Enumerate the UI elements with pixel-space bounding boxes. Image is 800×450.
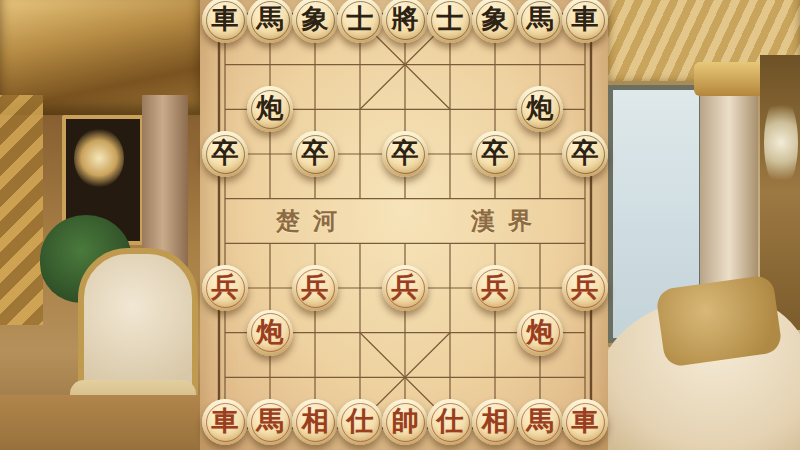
piece-glyph: 炮 xyxy=(257,319,284,346)
river-label-right: 漢界 xyxy=(465,205,545,237)
piece-ring: 兵 xyxy=(566,269,605,308)
piece-glyph: 馬 xyxy=(527,408,554,435)
piece-glyph: 仕 xyxy=(437,408,464,435)
piece-ring: 卒 xyxy=(296,135,335,174)
piece-ring: 馬 xyxy=(521,1,560,40)
piece-ring: 炮 xyxy=(521,313,560,352)
black-piece-卒[interactable]: 卒 xyxy=(382,131,428,177)
piece-glyph: 車 xyxy=(572,6,599,33)
piece-ring: 馬 xyxy=(521,403,560,442)
red-piece-兵[interactable]: 兵 xyxy=(382,265,428,311)
piece-ring: 兵 xyxy=(206,269,245,308)
piece-ring: 車 xyxy=(206,403,245,442)
piece-glyph: 卒 xyxy=(482,140,509,167)
piece-ring: 炮 xyxy=(251,90,290,129)
piece-glyph: 卒 xyxy=(212,140,239,167)
crystal-chandelier xyxy=(764,95,798,190)
piece-ring: 馬 xyxy=(251,403,290,442)
piece-ring: 仕 xyxy=(341,403,380,442)
piece-glyph: 兵 xyxy=(572,274,599,301)
piece-glyph: 兵 xyxy=(212,274,239,301)
red-piece-兵[interactable]: 兵 xyxy=(292,265,338,311)
piece-ring: 士 xyxy=(431,1,470,40)
black-piece-卒[interactable]: 卒 xyxy=(562,131,608,177)
piece-glyph: 炮 xyxy=(527,95,554,122)
marble-floor xyxy=(0,395,200,450)
board-grid xyxy=(200,0,608,450)
background-right xyxy=(608,0,800,450)
piece-ring: 卒 xyxy=(386,135,425,174)
piece-glyph: 兵 xyxy=(482,274,509,301)
piece-glyph: 士 xyxy=(437,6,464,33)
piece-glyph: 象 xyxy=(482,6,509,33)
xiangqi-board[interactable]: 楚河 漢界 車馬象士將士象馬車炮炮卒卒卒卒卒兵兵兵兵兵炮炮車馬相仕帥仕相馬車 xyxy=(200,0,608,450)
piece-glyph: 相 xyxy=(302,408,329,435)
piece-glyph: 炮 xyxy=(527,319,554,346)
piece-ring: 兵 xyxy=(386,269,425,308)
river-label-left: 楚河 xyxy=(270,205,350,237)
red-piece-炮[interactable]: 炮 xyxy=(247,310,293,356)
black-piece-炮[interactable]: 炮 xyxy=(247,86,293,132)
piece-ring: 車 xyxy=(566,403,605,442)
piece-glyph: 士 xyxy=(347,6,374,33)
red-piece-兵[interactable]: 兵 xyxy=(562,265,608,311)
piece-glyph: 將 xyxy=(392,6,419,33)
piece-ring: 馬 xyxy=(251,1,290,40)
piece-glyph: 兵 xyxy=(392,274,419,301)
red-piece-相[interactable]: 相 xyxy=(472,399,518,445)
piece-glyph: 馬 xyxy=(527,6,554,33)
black-piece-卒[interactable]: 卒 xyxy=(472,131,518,177)
piece-glyph: 車 xyxy=(212,408,239,435)
piece-ring: 炮 xyxy=(521,90,560,129)
piece-ring: 相 xyxy=(476,403,515,442)
piece-glyph: 象 xyxy=(302,6,329,33)
gold-capital xyxy=(694,62,764,96)
red-piece-炮[interactable]: 炮 xyxy=(517,310,563,356)
piece-ring: 卒 xyxy=(476,135,515,174)
piece-ring: 士 xyxy=(341,1,380,40)
piece-ring: 兵 xyxy=(476,269,515,308)
piece-ring: 卒 xyxy=(566,135,605,174)
red-piece-車[interactable]: 車 xyxy=(202,399,248,445)
red-piece-馬[interactable]: 馬 xyxy=(247,399,293,445)
piece-glyph: 卒 xyxy=(392,140,419,167)
red-piece-兵[interactable]: 兵 xyxy=(202,265,248,311)
red-piece-仕[interactable]: 仕 xyxy=(427,399,473,445)
piece-glyph: 車 xyxy=(572,408,599,435)
piece-glyph: 馬 xyxy=(257,6,284,33)
piece-ring: 象 xyxy=(296,1,335,40)
piece-ring: 車 xyxy=(206,1,245,40)
piece-ring: 將 xyxy=(386,1,425,40)
red-piece-車[interactable]: 車 xyxy=(562,399,608,445)
piece-glyph: 卒 xyxy=(302,140,329,167)
piece-glyph: 帥 xyxy=(392,408,419,435)
red-piece-帥[interactable]: 帥 xyxy=(382,399,428,445)
piece-ring: 相 xyxy=(296,403,335,442)
piece-ring: 卒 xyxy=(206,135,245,174)
piece-ring: 車 xyxy=(566,1,605,40)
black-piece-卒[interactable]: 卒 xyxy=(292,131,338,177)
piece-glyph: 卒 xyxy=(572,140,599,167)
piece-ring: 兵 xyxy=(296,269,335,308)
black-piece-卒[interactable]: 卒 xyxy=(202,131,248,177)
piece-glyph: 仕 xyxy=(347,408,374,435)
piece-glyph: 兵 xyxy=(302,274,329,301)
red-piece-馬[interactable]: 馬 xyxy=(517,399,563,445)
piece-glyph: 車 xyxy=(212,6,239,33)
gold-staircase xyxy=(0,95,43,325)
red-piece-兵[interactable]: 兵 xyxy=(472,265,518,311)
piece-ring: 帥 xyxy=(386,403,425,442)
piece-ring: 象 xyxy=(476,1,515,40)
piece-ring: 仕 xyxy=(431,403,470,442)
red-piece-相[interactable]: 相 xyxy=(292,399,338,445)
piece-glyph: 炮 xyxy=(257,95,284,122)
piece-glyph: 相 xyxy=(482,408,509,435)
background-left xyxy=(0,0,200,450)
piece-glyph: 馬 xyxy=(257,408,284,435)
gold-pillow xyxy=(655,274,783,368)
piece-ring: 炮 xyxy=(251,313,290,352)
red-piece-仕[interactable]: 仕 xyxy=(337,399,383,445)
chandelier xyxy=(74,128,124,188)
black-piece-炮[interactable]: 炮 xyxy=(517,86,563,132)
